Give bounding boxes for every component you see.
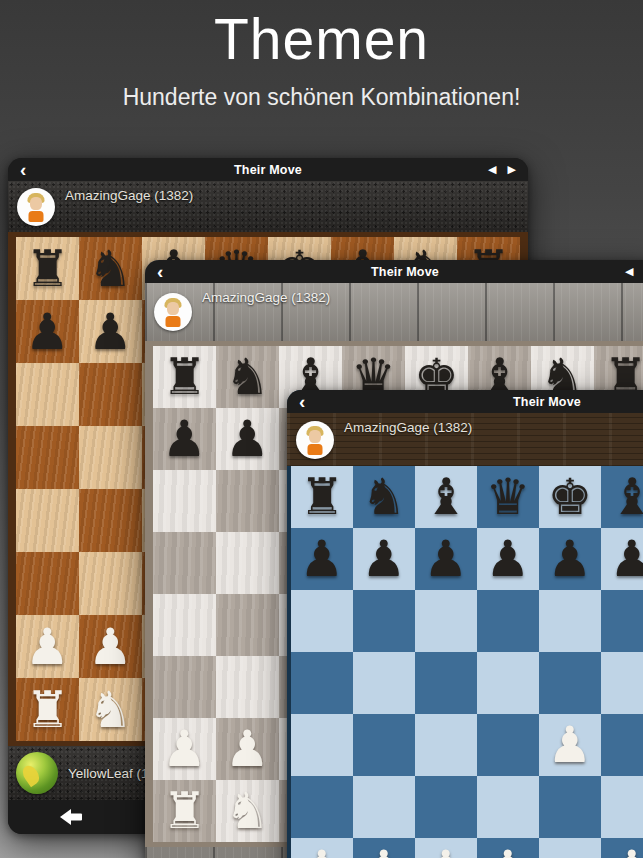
square-c7[interactable]: ♟ xyxy=(415,528,477,590)
square-f7[interactable]: ♟ xyxy=(601,528,643,590)
black-knight[interactable]: ♞ xyxy=(79,237,142,300)
square-a3[interactable] xyxy=(153,656,216,718)
black-pawn[interactable]: ♟ xyxy=(153,408,216,470)
square-d4[interactable] xyxy=(477,714,539,776)
square-e7[interactable]: ♟ xyxy=(539,528,601,590)
square-c4[interactable] xyxy=(415,714,477,776)
black-queen[interactable]: ♛ xyxy=(477,466,539,528)
white-pawn[interactable]: ♟ xyxy=(601,838,643,858)
back-chevron-icon[interactable]: ‹ xyxy=(20,159,26,180)
square-e3[interactable] xyxy=(539,776,601,838)
black-knight[interactable]: ♞ xyxy=(353,466,415,528)
square-a1[interactable]: ♜ xyxy=(153,780,216,842)
white-pawn[interactable]: ♟ xyxy=(477,838,539,858)
square-d8[interactable]: ♛ xyxy=(477,466,539,528)
square-c5[interactable] xyxy=(415,652,477,714)
square-b7[interactable]: ♟ xyxy=(79,300,142,363)
square-b8[interactable]: ♞ xyxy=(353,466,415,528)
square-b3[interactable] xyxy=(79,552,142,615)
square-a6[interactable] xyxy=(291,590,353,652)
white-rook[interactable]: ♜ xyxy=(153,780,216,842)
opponent-name: AmazingGage (1382) xyxy=(65,188,193,203)
square-a2[interactable]: ♟ xyxy=(291,838,353,858)
opponent-avatar[interactable] xyxy=(154,293,192,331)
black-rook[interactable]: ♜ xyxy=(153,346,216,408)
square-b3[interactable] xyxy=(353,776,415,838)
white-pawn[interactable]: ♟ xyxy=(153,718,216,780)
white-pawn[interactable]: ♟ xyxy=(216,718,279,780)
square-f4[interactable] xyxy=(601,714,643,776)
player-avatar[interactable] xyxy=(16,752,58,794)
square-c6[interactable] xyxy=(415,590,477,652)
square-f5[interactable] xyxy=(601,652,643,714)
black-rook[interactable]: ♜ xyxy=(291,466,353,528)
square-a4[interactable] xyxy=(153,594,216,656)
square-a7[interactable]: ♟ xyxy=(16,300,79,363)
square-d2[interactable]: ♟ xyxy=(477,838,539,858)
square-e8[interactable]: ♚ xyxy=(539,466,601,528)
opponent-bar: AmazingGage (1382) xyxy=(145,283,643,341)
square-a8[interactable]: ♜ xyxy=(291,466,353,528)
square-a5[interactable] xyxy=(291,652,353,714)
square-a7[interactable]: ♟ xyxy=(153,408,216,470)
prev-move-icon[interactable]: ◀ xyxy=(488,158,496,181)
square-a6[interactable] xyxy=(153,470,216,532)
white-knight[interactable]: ♞ xyxy=(79,678,142,741)
black-pawn[interactable]: ♟ xyxy=(79,300,142,363)
square-a5[interactable] xyxy=(153,532,216,594)
opponent-avatar[interactable] xyxy=(296,421,334,459)
square-b2[interactable]: ♟ xyxy=(216,718,279,780)
square-a7[interactable]: ♟ xyxy=(291,528,353,590)
square-a8[interactable]: ♜ xyxy=(16,237,79,300)
square-b6[interactable] xyxy=(216,470,279,532)
square-b8[interactable]: ♞ xyxy=(79,237,142,300)
chess-screen-blue-theme: ‹ Their Move ◀ ▶ AmazingGage (1382) ♜♞♝♛… xyxy=(287,390,643,858)
header-title: Their Move xyxy=(145,265,643,279)
square-c2[interactable]: ♟ xyxy=(415,838,477,858)
white-pawn[interactable]: ♟ xyxy=(415,838,477,858)
black-king[interactable]: ♚ xyxy=(539,466,601,528)
page-title: Themen xyxy=(0,6,643,72)
square-a4[interactable] xyxy=(291,714,353,776)
opponent-bar: AmazingGage (1382) xyxy=(287,413,643,466)
black-pawn[interactable]: ♟ xyxy=(415,528,477,590)
opponent-name: AmazingGage (1382) xyxy=(344,420,472,435)
store-screenshot-page: Themen Hunderte von schönen Kombinatione… xyxy=(0,0,643,858)
black-bishop[interactable]: ♝ xyxy=(415,466,477,528)
square-a3[interactable] xyxy=(291,776,353,838)
chess-board-frame: ♜♞♝♛♚♝♞♜♟♟♟♟♟♟♟♟♟♟♟♟♟♟♟♟♜♞♝♛♚♝♞♜ xyxy=(287,466,643,858)
square-b7[interactable]: ♟ xyxy=(216,408,279,470)
app-header: ‹ Their Move ◀ ▶ xyxy=(8,158,528,181)
square-f3[interactable] xyxy=(601,776,643,838)
square-a8[interactable]: ♜ xyxy=(153,346,216,408)
square-e2[interactable] xyxy=(539,838,601,858)
header-title: Their Move xyxy=(8,163,528,177)
square-e5[interactable] xyxy=(539,652,601,714)
black-pawn[interactable]: ♟ xyxy=(216,408,279,470)
header-title: Their Move xyxy=(287,395,643,409)
black-rook[interactable]: ♜ xyxy=(16,237,79,300)
square-d5[interactable] xyxy=(477,652,539,714)
square-b6[interactable] xyxy=(79,363,142,426)
square-b5[interactable] xyxy=(216,532,279,594)
square-a2[interactable]: ♟ xyxy=(153,718,216,780)
app-header: ‹ Their Move ◀ ▶ xyxy=(145,260,643,283)
square-b5[interactable] xyxy=(79,426,142,489)
square-b2[interactable]: ♟ xyxy=(79,615,142,678)
square-b8[interactable]: ♞ xyxy=(216,346,279,408)
opponent-avatar[interactable] xyxy=(17,188,55,226)
square-a5[interactable] xyxy=(16,426,79,489)
white-knight[interactable]: ♞ xyxy=(216,780,279,842)
square-d7[interactable]: ♟ xyxy=(477,528,539,590)
square-f2[interactable]: ♟ xyxy=(601,838,643,858)
square-b1[interactable]: ♞ xyxy=(79,678,142,741)
square-a2[interactable]: ♟ xyxy=(16,615,79,678)
square-b4[interactable] xyxy=(216,594,279,656)
app-header: ‹ Their Move ◀ ▶ xyxy=(287,390,643,413)
white-pawn[interactable]: ♟ xyxy=(539,714,601,776)
black-pawn[interactable]: ♟ xyxy=(477,528,539,590)
black-pawn[interactable]: ♟ xyxy=(16,300,79,363)
square-b2[interactable]: ♟ xyxy=(353,838,415,858)
square-f6[interactable] xyxy=(601,590,643,652)
white-pawn[interactable]: ♟ xyxy=(79,615,142,678)
square-b4[interactable] xyxy=(79,489,142,552)
square-b5[interactable] xyxy=(353,652,415,714)
back-chevron-icon[interactable]: ‹ xyxy=(157,261,163,282)
page-subtitle: Hunderte von schönen Kombinationen! xyxy=(0,84,643,111)
back-chevron-icon[interactable]: ‹ xyxy=(299,391,305,412)
opponent-bar: AmazingGage (1382) xyxy=(8,181,528,232)
square-a6[interactable] xyxy=(16,363,79,426)
square-b4[interactable] xyxy=(353,714,415,776)
square-e4[interactable]: ♟ xyxy=(539,714,601,776)
black-pawn[interactable]: ♟ xyxy=(353,528,415,590)
square-e6[interactable] xyxy=(539,590,601,652)
square-b7[interactable]: ♟ xyxy=(353,528,415,590)
black-pawn[interactable]: ♟ xyxy=(601,528,643,590)
white-rook[interactable]: ♜ xyxy=(16,678,79,741)
back-arrow-button[interactable] xyxy=(60,808,86,826)
black-pawn[interactable]: ♟ xyxy=(539,528,601,590)
hero-section: Themen Hunderte von schönen Kombinatione… xyxy=(0,0,643,111)
square-a3[interactable] xyxy=(16,552,79,615)
prev-move-icon[interactable]: ◀ xyxy=(625,260,633,283)
white-pawn[interactable]: ♟ xyxy=(16,615,79,678)
square-b3[interactable] xyxy=(216,656,279,718)
next-move-icon[interactable]: ▶ xyxy=(508,158,516,181)
square-a4[interactable] xyxy=(16,489,79,552)
white-pawn[interactable]: ♟ xyxy=(291,838,353,858)
square-a1[interactable]: ♜ xyxy=(16,678,79,741)
square-c8[interactable]: ♝ xyxy=(415,466,477,528)
black-pawn[interactable]: ♟ xyxy=(291,528,353,590)
black-knight[interactable]: ♞ xyxy=(216,346,279,408)
chess-board: ♜♞♝♛♚♝♞♜♟♟♟♟♟♟♟♟♟♟♟♟♟♟♟♟♜♞♝♛♚♝♞♜ xyxy=(291,466,643,858)
opponent-name: AmazingGage (1382) xyxy=(202,290,330,305)
square-c3[interactable] xyxy=(415,776,477,838)
square-f8[interactable]: ♝ xyxy=(601,466,643,528)
black-bishop[interactable]: ♝ xyxy=(601,466,643,528)
square-d6[interactable] xyxy=(477,590,539,652)
square-b1[interactable]: ♞ xyxy=(216,780,279,842)
white-pawn[interactable]: ♟ xyxy=(353,838,415,858)
square-b6[interactable] xyxy=(353,590,415,652)
square-d3[interactable] xyxy=(477,776,539,838)
